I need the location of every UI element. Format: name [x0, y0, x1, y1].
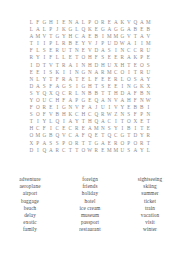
word-item: summer [124, 190, 176, 197]
grid-cell: W [145, 97, 152, 104]
word-list: adventureaeroplaneairportbaggagebeachdel… [0, 176, 180, 234]
word-item: holiday [64, 190, 116, 197]
grid-cell: N [145, 90, 152, 97]
word-item: airport [4, 190, 56, 197]
word-item: winter [124, 226, 176, 233]
word-item: train [124, 205, 176, 212]
grid-cell: S [145, 62, 152, 69]
word-item: visit [124, 219, 176, 226]
word-item: aeroplane [4, 183, 56, 190]
grid-cell: R [145, 133, 152, 140]
word-item: beach [4, 205, 56, 212]
grid-cell: Y [145, 76, 152, 83]
word-item: delay [4, 212, 56, 219]
word-list-column: foreignfriendsholidayhotelice creammuseu… [64, 176, 116, 234]
word-item: ice cream [64, 205, 116, 212]
grid-cell: T [145, 118, 152, 125]
grid-cell: N [145, 111, 152, 118]
word-list-column: adventureaeroplaneairportbaggagebeachdel… [4, 176, 56, 234]
word-item: vacation [124, 212, 176, 219]
word-item: baggage [4, 198, 56, 205]
word-item: hotel [64, 198, 116, 205]
word-item: restaurant [64, 226, 116, 233]
word-search-page: LFGHIENALPOREAKVQAMLALPJKGLQKEGAGGABEBAM… [0, 0, 180, 255]
word-item: foreign [64, 176, 116, 183]
word-item: adventure [4, 176, 56, 183]
word-search-grid: LFGHIENALPOREAKVQAMLALPJKGLQKEGAGGABEBAM… [28, 19, 152, 154]
grid-cell: I [145, 104, 152, 111]
grid-cell: X [145, 83, 152, 90]
word-item: friends [64, 183, 116, 190]
grid-cell: U [145, 47, 152, 54]
grid-cell: M [145, 19, 152, 26]
word-item: museum [64, 212, 116, 219]
word-list-column: sightseeingskiingsummertickettrainvacati… [124, 176, 176, 234]
grid-cell: V [145, 33, 152, 40]
word-item: passport [64, 219, 116, 226]
word-item: skiing [124, 183, 176, 190]
grid-cell: B [145, 26, 152, 33]
grid-cell: U [145, 69, 152, 76]
word-item: exotic [4, 219, 56, 226]
grid-cell: T [145, 140, 152, 147]
word-item: family [4, 226, 56, 233]
word-item: sightseeing [124, 176, 176, 183]
grid-cell: E [145, 125, 152, 132]
grid-cell: M [145, 40, 152, 47]
grid-cell: L [145, 147, 152, 154]
word-item: ticket [124, 198, 176, 205]
grid-cell: E [145, 54, 152, 61]
